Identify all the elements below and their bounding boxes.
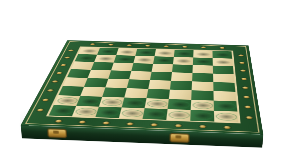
frame-ornament-icon (65, 56, 70, 58)
frame-ornament-icon (240, 61, 245, 63)
frame-ornament-icon (68, 49, 73, 51)
frame-ornament-icon (240, 69, 245, 71)
brass-latch-icon (47, 128, 67, 138)
product-photo-scene: ♜♞♝♛♚♝♞♜♟♟♟♟♟♟♟♟♟♟♟♟♟♟♟♟♜♞♝♛♚♝♞♜ (0, 0, 300, 155)
frame-ornament-icon (241, 77, 246, 79)
frame-ornament-icon (90, 43, 95, 45)
folding-chess-box: ♜♞♝♛♚♝♞♜♟♟♟♟♟♟♟♟♟♟♟♟♟♟♟♟♜♞♝♛♚♝♞♜ (21, 40, 264, 134)
frame-ornament-icon (108, 43, 113, 45)
frame-ornament-icon (239, 54, 244, 56)
frame-ornament-icon (61, 63, 67, 65)
white-rook-glyph: ♜ (210, 77, 241, 120)
frame-ornament-icon (182, 46, 187, 48)
frame-ornament-icon (201, 46, 205, 48)
frame-ornament-icon (219, 47, 224, 49)
brass-latch-icon (169, 132, 189, 142)
